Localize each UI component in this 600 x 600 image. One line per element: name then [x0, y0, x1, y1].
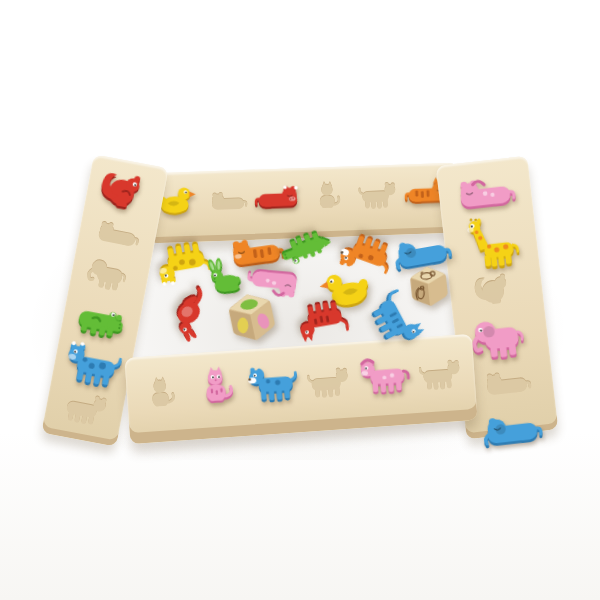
recess-horse [58, 386, 110, 432]
piece-pink-pony-lying[interactable] [451, 163, 518, 221]
slot-bottom-5 [354, 341, 415, 417]
slot-top-4 [302, 169, 354, 227]
piece-yellow-giraffe[interactable] [457, 215, 524, 273]
recess-sleeping [207, 184, 248, 219]
slot-top-2 [202, 173, 254, 231]
slot-top-3 [252, 171, 304, 229]
piece-pink-horse[interactable] [357, 352, 412, 399]
scene [0, 0, 600, 600]
recess-cat-sitting [138, 375, 184, 415]
slot-bottom-2 [186, 353, 247, 429]
slot-right-6 [466, 399, 557, 460]
recess-standing [357, 179, 398, 214]
piece-red-bull[interactable] [253, 176, 302, 218]
recess-standing [417, 355, 463, 395]
piece-pink-cat-sitting[interactable] [189, 364, 244, 411]
piece-blue-elephant-sleeping[interactable] [478, 400, 545, 458]
recess-sleeping [480, 359, 534, 406]
rail-top [146, 163, 460, 244]
recess-standing [305, 363, 351, 403]
slot-bottom-6 [410, 337, 471, 413]
slot-bottom-4 [298, 345, 359, 421]
slot-top-5 [352, 168, 404, 226]
slot-bottom-1 [131, 357, 192, 433]
piece-blue-dog[interactable] [245, 360, 300, 407]
recess-cat-sitting [307, 181, 348, 216]
recess-squirrel [469, 267, 523, 314]
piece-pink-elephant[interactable] [468, 307, 535, 365]
slot-bottom-3 [242, 349, 303, 425]
